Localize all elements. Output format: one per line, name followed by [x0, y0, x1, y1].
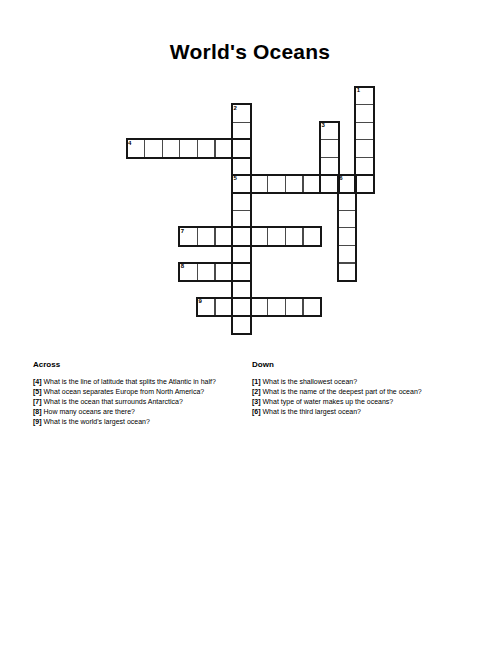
- grid-cell-r12c10[interactable]: [303, 298, 322, 317]
- clue-across-9: [9] What is the world's largest ocean?: [33, 417, 248, 427]
- grid-cell-r7c12[interactable]: [338, 210, 357, 229]
- grid-cell-r10c3[interactable]: [179, 263, 198, 282]
- grid-cell-r8c4[interactable]: [197, 227, 216, 246]
- grid-cell-r9c6[interactable]: [232, 245, 251, 264]
- down-header: Down: [252, 360, 467, 369]
- grid-cell-r13c6[interactable]: [232, 315, 251, 334]
- grid-cell-r10c5[interactable]: [215, 263, 234, 282]
- grid-cell-r8c12[interactable]: [338, 227, 357, 246]
- grid-cell-r11c6[interactable]: [232, 280, 251, 299]
- grid-cell-r1c6[interactable]: [232, 104, 251, 123]
- grid-cell-r5c6[interactable]: [232, 175, 251, 194]
- grid-cell-r3c13[interactable]: [355, 139, 374, 158]
- grid-cell-r1c13[interactable]: [355, 104, 374, 123]
- clue-down-1: [1] What is the shallowest ocean?: [252, 377, 467, 387]
- puzzle-page: World's Oceans 123456789 Across [4] What…: [0, 0, 500, 647]
- clue-down-2: [2] What is the name of the deepest part…: [252, 387, 467, 397]
- grid-cell-r5c11[interactable]: [320, 175, 339, 194]
- down-clue-list: [1] What is the shallowest ocean?[2] Wha…: [252, 377, 467, 417]
- clue-number-label: [6]: [252, 408, 261, 415]
- grid-cell-r8c10[interactable]: [303, 227, 322, 246]
- grid-cell-r12c8[interactable]: [267, 298, 286, 317]
- grid-cell-r3c5[interactable]: [215, 139, 234, 158]
- clue-number-label: [8]: [33, 408, 42, 415]
- crossword-grid: 123456789: [0, 0, 500, 647]
- grid-cell-r2c6[interactable]: [232, 122, 251, 141]
- grid-cell-r8c6[interactable]: [232, 227, 251, 246]
- clue-number-label: [4]: [33, 378, 42, 385]
- grid-cell-r10c4[interactable]: [197, 263, 216, 282]
- grid-cell-r8c5[interactable]: [215, 227, 234, 246]
- grid-cell-r3c4[interactable]: [197, 139, 216, 158]
- clue-across-4: [4] What is the line of latitude that sp…: [33, 377, 248, 387]
- grid-cell-r8c9[interactable]: [285, 227, 304, 246]
- grid-cell-r9c12[interactable]: [338, 245, 357, 264]
- grid-cell-r0c13[interactable]: [355, 87, 374, 106]
- grid-cell-r6c12[interactable]: [338, 192, 357, 211]
- grid-cell-r12c7[interactable]: [250, 298, 269, 317]
- grid-cell-r4c13[interactable]: [355, 157, 374, 176]
- clue-number-label: [1]: [252, 378, 261, 385]
- across-clues-section: Across [4] What is the line of latitude …: [33, 360, 248, 427]
- grid-cell-r5c7[interactable]: [250, 175, 269, 194]
- clue-down-6: [6] What is the third largest ocean?: [252, 407, 467, 417]
- grid-cell-r12c4[interactable]: [197, 298, 216, 317]
- down-clues-section: Down [1] What is the shallowest ocean?[2…: [252, 360, 467, 417]
- clue-across-5: [5] What ocean separates Europe from Nor…: [33, 387, 248, 397]
- clue-down-3: [3] What type of water makes up the ocea…: [252, 397, 467, 407]
- clue-number-label: [9]: [33, 418, 42, 425]
- grid-cell-r12c6[interactable]: [232, 298, 251, 317]
- grid-cell-r10c6[interactable]: [232, 263, 251, 282]
- grid-cell-r5c8[interactable]: [267, 175, 286, 194]
- grid-cell-r3c3[interactable]: [179, 139, 198, 158]
- grid-cell-r4c11[interactable]: [320, 157, 339, 176]
- grid-cell-r2c11[interactable]: [320, 122, 339, 141]
- grid-cell-r3c11[interactable]: [320, 139, 339, 158]
- grid-cell-r5c13[interactable]: [355, 175, 374, 194]
- grid-cell-r3c0[interactable]: [127, 139, 146, 158]
- grid-cell-r10c12[interactable]: [338, 263, 357, 282]
- clue-number-label: [2]: [252, 388, 261, 395]
- clue-number-label: [3]: [252, 398, 261, 405]
- grid-cell-r5c12[interactable]: [338, 175, 357, 194]
- clue-number-label: [7]: [33, 398, 42, 405]
- clue-across-8: [8] How many oceans are there?: [33, 407, 248, 417]
- grid-cell-r7c6[interactable]: [232, 210, 251, 229]
- grid-cell-r5c9[interactable]: [285, 175, 304, 194]
- grid-cell-r8c3[interactable]: [179, 227, 198, 246]
- across-clue-list: [4] What is the line of latitude that sp…: [33, 377, 248, 427]
- grid-cell-r6c6[interactable]: [232, 192, 251, 211]
- across-header: Across: [33, 360, 248, 369]
- grid-cell-r5c10[interactable]: [303, 175, 322, 194]
- grid-cell-r12c5[interactable]: [215, 298, 234, 317]
- grid-cell-r3c1[interactable]: [144, 139, 163, 158]
- grid-cell-r3c2[interactable]: [162, 139, 181, 158]
- grid-cell-r4c6[interactable]: [232, 157, 251, 176]
- grid-cell-r2c13[interactable]: [355, 122, 374, 141]
- clue-across-7: [7] What is the ocean that surrounds Ant…: [33, 397, 248, 407]
- clue-number-label: [5]: [33, 388, 42, 395]
- grid-cell-r8c8[interactable]: [267, 227, 286, 246]
- grid-cell-r12c9[interactable]: [285, 298, 304, 317]
- grid-cell-r8c7[interactable]: [250, 227, 269, 246]
- grid-cell-r3c6[interactable]: [232, 139, 251, 158]
